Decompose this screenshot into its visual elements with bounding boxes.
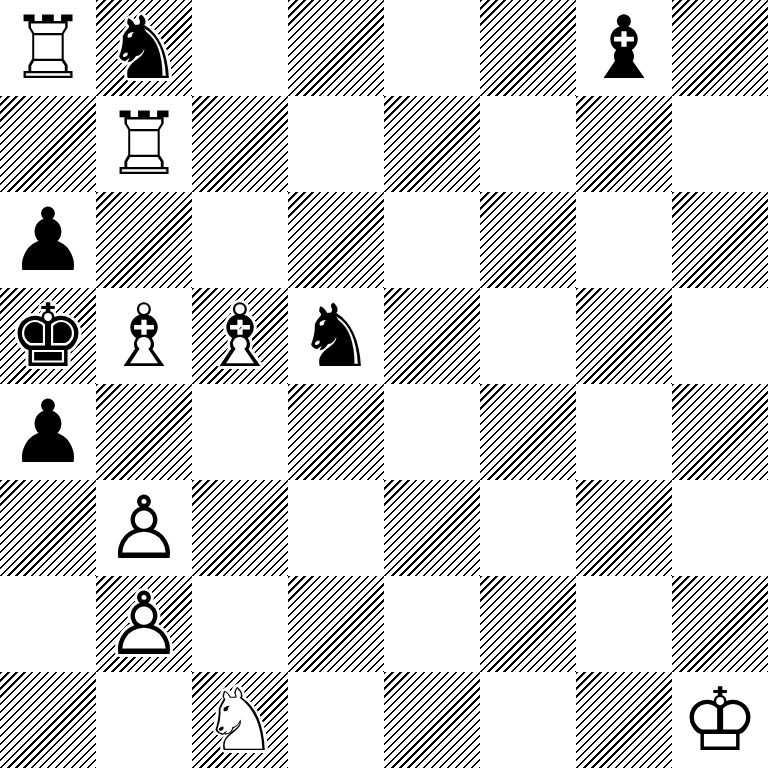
square-f2[interactable] [480, 576, 576, 672]
square-f6[interactable] [480, 192, 576, 288]
square-e1[interactable] [384, 672, 480, 768]
square-a1[interactable] [0, 672, 96, 768]
white-knight-glyph: ♘ [192, 672, 288, 768]
square-g5[interactable] [576, 288, 672, 384]
square-e8[interactable] [384, 0, 480, 96]
square-h3[interactable] [672, 480, 768, 576]
square-h8[interactable] [672, 0, 768, 96]
square-c2[interactable] [192, 576, 288, 672]
square-d2[interactable] [288, 576, 384, 672]
square-e4[interactable] [384, 384, 480, 480]
piece-white-rook[interactable]: ♜♖ [0, 0, 96, 96]
square-b4[interactable] [96, 384, 192, 480]
square-a4[interactable]: ♟♟ [0, 384, 96, 480]
square-f3[interactable] [480, 480, 576, 576]
piece-white-king[interactable]: ♚♔ [672, 672, 768, 768]
white-king-glyph: ♔ [672, 672, 768, 768]
square-g1[interactable] [576, 672, 672, 768]
square-a3[interactable] [0, 480, 96, 576]
black-pawn-glyph: ♟ [0, 192, 96, 288]
square-a5[interactable]: ♚♚ [0, 288, 96, 384]
black-king-glyph: ♚ [0, 288, 96, 384]
square-c8[interactable] [192, 0, 288, 96]
square-h7[interactable] [672, 96, 768, 192]
square-d3[interactable] [288, 480, 384, 576]
white-bishop-glyph: ♗ [96, 288, 192, 384]
square-f7[interactable] [480, 96, 576, 192]
square-c6[interactable] [192, 192, 288, 288]
square-h6[interactable] [672, 192, 768, 288]
square-g2[interactable] [576, 576, 672, 672]
square-h5[interactable] [672, 288, 768, 384]
black-bishop-glyph: ♝ [576, 0, 672, 96]
square-e2[interactable] [384, 576, 480, 672]
white-pawn-glyph: ♙ [96, 576, 192, 672]
square-d4[interactable] [288, 384, 384, 480]
white-pawn-glyph: ♙ [96, 480, 192, 576]
square-b8[interactable]: ♞♞ [96, 0, 192, 96]
square-d5[interactable]: ♞♞ [288, 288, 384, 384]
square-h1[interactable]: ♚♔ [672, 672, 768, 768]
square-c4[interactable] [192, 384, 288, 480]
square-a7[interactable] [0, 96, 96, 192]
piece-black-pawn[interactable]: ♟♟ [0, 192, 96, 288]
black-pawn-glyph: ♟ [0, 384, 96, 480]
square-e6[interactable] [384, 192, 480, 288]
square-a8[interactable]: ♜♖ [0, 0, 96, 96]
piece-black-king[interactable]: ♚♚ [0, 288, 96, 384]
white-rook-glyph: ♖ [0, 0, 96, 96]
square-d7[interactable] [288, 96, 384, 192]
piece-white-bishop[interactable]: ♝♗ [192, 288, 288, 384]
square-b1[interactable] [96, 672, 192, 768]
square-g7[interactable] [576, 96, 672, 192]
piece-black-bishop[interactable]: ♝♝ [576, 0, 672, 96]
square-g4[interactable] [576, 384, 672, 480]
piece-black-knight[interactable]: ♞♞ [96, 0, 192, 96]
square-c3[interactable] [192, 480, 288, 576]
piece-white-rook[interactable]: ♜♖ [96, 96, 192, 192]
piece-white-bishop[interactable]: ♝♗ [96, 288, 192, 384]
square-b7[interactable]: ♜♖ [96, 96, 192, 192]
white-rook-glyph: ♖ [96, 96, 192, 192]
square-e3[interactable] [384, 480, 480, 576]
square-f8[interactable] [480, 0, 576, 96]
piece-black-knight[interactable]: ♞♞ [288, 288, 384, 384]
square-b6[interactable] [96, 192, 192, 288]
chess-board: ♜♖♞♞♝♝♜♖♟♟♚♚♝♗♝♗♞♞♟♟♟♙♟♙♞♘♚♔ [0, 0, 768, 768]
square-f4[interactable] [480, 384, 576, 480]
piece-white-knight[interactable]: ♞♘ [192, 672, 288, 768]
square-c7[interactable] [192, 96, 288, 192]
square-h4[interactable] [672, 384, 768, 480]
square-a6[interactable]: ♟♟ [0, 192, 96, 288]
square-a2[interactable] [0, 576, 96, 672]
square-c1[interactable]: ♞♘ [192, 672, 288, 768]
square-e7[interactable] [384, 96, 480, 192]
black-knight-glyph: ♞ [96, 0, 192, 96]
square-d1[interactable] [288, 672, 384, 768]
square-d8[interactable] [288, 0, 384, 96]
square-g3[interactable] [576, 480, 672, 576]
square-c5[interactable]: ♝♗ [192, 288, 288, 384]
square-b3[interactable]: ♟♙ [96, 480, 192, 576]
white-bishop-glyph: ♗ [192, 288, 288, 384]
piece-white-pawn[interactable]: ♟♙ [96, 576, 192, 672]
piece-white-pawn[interactable]: ♟♙ [96, 480, 192, 576]
square-g8[interactable]: ♝♝ [576, 0, 672, 96]
square-d6[interactable] [288, 192, 384, 288]
square-f5[interactable] [480, 288, 576, 384]
square-e5[interactable] [384, 288, 480, 384]
black-knight-glyph: ♞ [288, 288, 384, 384]
square-b5[interactable]: ♝♗ [96, 288, 192, 384]
square-h2[interactable] [672, 576, 768, 672]
square-f1[interactable] [480, 672, 576, 768]
square-b2[interactable]: ♟♙ [96, 576, 192, 672]
piece-black-pawn[interactable]: ♟♟ [0, 384, 96, 480]
square-g6[interactable] [576, 192, 672, 288]
